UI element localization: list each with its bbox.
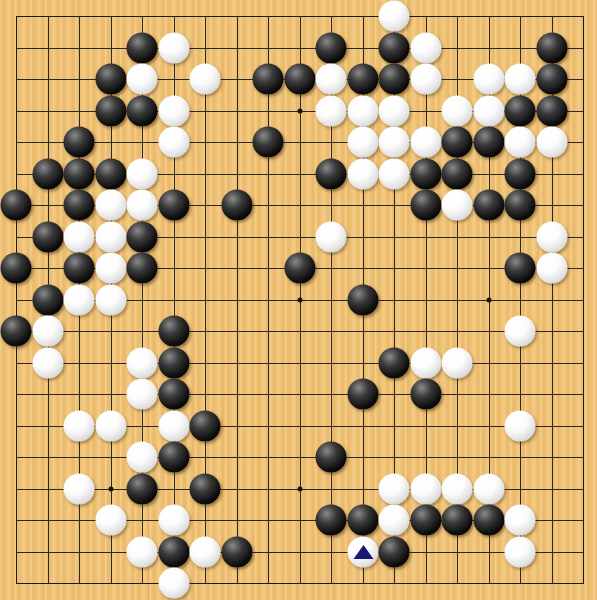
black-stone [442,505,473,536]
black-stone [474,127,505,158]
white-stone [442,96,473,127]
white-stone [159,33,190,64]
black-stone [222,537,253,568]
white-stone [96,285,127,316]
white-stone [379,1,410,32]
white-stone [474,96,505,127]
white-stone [316,222,347,253]
black-stone [285,253,316,284]
white-stone [96,505,127,536]
white-stone [505,127,536,158]
white-stone [537,127,568,158]
black-stone [442,127,473,158]
white-stone [411,474,442,505]
white-stone [474,474,505,505]
white-stone [159,127,190,158]
white-stone [505,316,536,347]
black-stone [348,64,379,95]
black-stone [127,222,158,253]
white-stone [64,474,95,505]
black-stone [127,253,158,284]
black-stone [190,411,221,442]
white-stone [96,190,127,221]
black-stone [411,190,442,221]
black-stone [159,190,190,221]
black-stone [33,159,64,190]
white-stone [159,568,190,599]
black-stone [537,64,568,95]
white-stone [316,96,347,127]
black-stone [96,64,127,95]
white-stone [379,96,410,127]
white-stone [190,537,221,568]
white-stone [159,505,190,536]
white-stone [159,411,190,442]
grid-hline [16,394,584,395]
black-stone [33,222,64,253]
black-stone [253,127,284,158]
white-stone [411,127,442,158]
black-stone [379,537,410,568]
white-stone [64,411,95,442]
white-stone [505,505,536,536]
star-point [298,109,303,114]
white-stone [379,127,410,158]
white-stone [96,253,127,284]
black-stone [159,348,190,379]
black-stone [190,474,221,505]
white-stone [127,379,158,410]
black-stone [348,505,379,536]
white-stone [33,316,64,347]
black-stone [411,379,442,410]
white-stone [64,285,95,316]
black-stone [505,190,536,221]
black-stone [127,474,158,505]
grid-vline [583,16,584,584]
star-point [298,298,303,303]
black-stone [253,64,284,95]
black-stone [505,159,536,190]
go-board[interactable] [0,0,597,600]
black-stone [1,316,32,347]
black-stone [474,190,505,221]
white-stone [442,348,473,379]
white-stone [33,348,64,379]
black-stone [159,379,190,410]
black-stone [537,33,568,64]
white-stone [505,411,536,442]
white-stone [505,64,536,95]
black-stone [127,33,158,64]
black-stone [33,285,64,316]
black-stone [316,159,347,190]
white-stone [348,96,379,127]
black-stone [411,159,442,190]
white-stone [96,222,127,253]
grid-hline [16,331,584,332]
white-stone [537,253,568,284]
white-stone [348,127,379,158]
black-stone [379,33,410,64]
star-point [487,298,492,303]
black-stone [285,64,316,95]
black-stone [411,505,442,536]
white-stone [442,190,473,221]
white-stone [442,474,473,505]
grid-hline [16,552,584,553]
white-stone [127,64,158,95]
white-stone [127,442,158,473]
black-stone [1,253,32,284]
grid-hline [16,363,584,364]
grid-hline [16,583,584,584]
last-move-triangle-marker [353,544,373,558]
black-stone [159,316,190,347]
black-stone [379,64,410,95]
black-stone [159,537,190,568]
black-stone [348,379,379,410]
black-stone [64,159,95,190]
black-stone [348,285,379,316]
white-stone [379,474,410,505]
white-stone [96,411,127,442]
white-stone [316,64,347,95]
white-stone [379,159,410,190]
white-stone [537,222,568,253]
black-stone [316,33,347,64]
black-stone [505,253,536,284]
black-stone [379,348,410,379]
black-stone [442,159,473,190]
star-point [298,487,303,492]
white-stone [159,96,190,127]
black-stone [64,190,95,221]
white-stone-last-move [348,537,379,568]
grid-hline [16,457,584,458]
white-stone [505,537,536,568]
white-stone [127,348,158,379]
white-stone [348,159,379,190]
black-stone [316,442,347,473]
black-stone [222,190,253,221]
black-stone [1,190,32,221]
white-stone [411,33,442,64]
white-stone [127,537,158,568]
black-stone [505,96,536,127]
white-stone [190,64,221,95]
black-stone [96,96,127,127]
black-stone [64,127,95,158]
white-stone [127,159,158,190]
black-stone [127,96,158,127]
black-stone [316,505,347,536]
white-stone [64,222,95,253]
black-stone [96,159,127,190]
white-stone [411,64,442,95]
black-stone [537,96,568,127]
white-stone [127,190,158,221]
white-stone [474,64,505,95]
black-stone [159,442,190,473]
black-stone [64,253,95,284]
white-stone [379,505,410,536]
white-stone [411,348,442,379]
black-stone [474,505,505,536]
star-point [109,487,114,492]
